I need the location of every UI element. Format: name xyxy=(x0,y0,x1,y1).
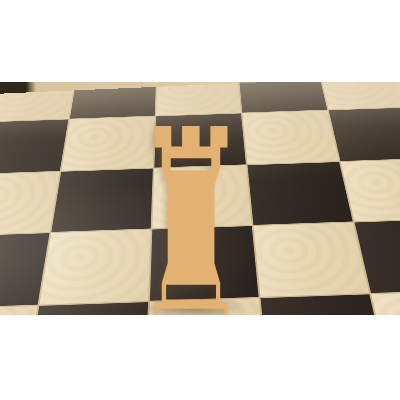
product-photo: ♜ xyxy=(0,82,400,315)
board-square xyxy=(261,294,389,315)
board-square xyxy=(253,223,369,297)
white-rook: ♜ xyxy=(133,95,249,315)
board-square xyxy=(329,107,400,161)
page-background: ♜ xyxy=(0,0,400,400)
board-square xyxy=(0,306,37,315)
board-square xyxy=(238,82,327,113)
board-square xyxy=(242,110,339,164)
board-square xyxy=(371,290,400,315)
board-square xyxy=(319,82,400,110)
board-square xyxy=(0,119,68,174)
board-square xyxy=(248,162,353,225)
board-square xyxy=(0,172,60,236)
